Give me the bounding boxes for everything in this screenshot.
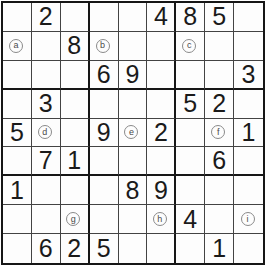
cell-r4c2[interactable]: 3 [32, 90, 61, 119]
cell-r6c7[interactable] [176, 147, 205, 176]
cell-r4c9[interactable] [234, 90, 263, 119]
cell-r5c7[interactable] [176, 119, 205, 148]
cell-r5c4[interactable]: 9 [90, 119, 119, 148]
circled-letter-c: c [182, 39, 196, 53]
cell-r9c3[interactable]: 2 [61, 234, 90, 263]
cell-r8c7[interactable]: 4 [176, 205, 205, 234]
cell-r7c5[interactable]: 8 [119, 176, 148, 205]
given-digit: 6 [39, 236, 53, 261]
cell-r5c8[interactable]: f [205, 119, 234, 148]
cell-r7c2[interactable] [32, 176, 61, 205]
given-digit: 3 [39, 91, 53, 116]
cell-r2c5[interactable] [119, 32, 148, 61]
circled-letter-f: f [211, 125, 225, 139]
given-digit: 1 [67, 148, 81, 173]
cell-r6c3[interactable]: 1 [61, 147, 90, 176]
cell-r6c2[interactable]: 7 [32, 147, 61, 176]
cell-r8c4[interactable] [90, 205, 119, 234]
circled-letter-d: d [38, 125, 52, 139]
circled-letter-h: h [153, 212, 167, 226]
given-digit: 9 [154, 178, 168, 203]
cell-r3c5[interactable]: 9 [119, 61, 148, 90]
cell-r3c6[interactable] [147, 61, 176, 90]
cell-r2c9[interactable] [234, 32, 263, 61]
given-digit: 5 [183, 91, 197, 116]
cell-r1c3[interactable] [61, 3, 90, 32]
given-digit: 6 [212, 148, 226, 173]
cell-r6c4[interactable] [90, 147, 119, 176]
cell-r6c6[interactable] [147, 147, 176, 176]
circled-letter-b: b [96, 39, 110, 53]
cell-r2c3[interactable]: 8 [61, 32, 90, 61]
cell-r2c1[interactable]: a [3, 32, 32, 61]
cell-r3c8[interactable] [205, 61, 234, 90]
cell-r4c3[interactable] [61, 90, 90, 119]
cell-r9c6[interactable] [147, 234, 176, 263]
cell-r9c1[interactable] [3, 234, 32, 263]
given-digit: 4 [183, 207, 197, 232]
given-digit: 5 [10, 120, 24, 145]
cell-r8c8[interactable] [205, 205, 234, 234]
cell-r7c4[interactable] [90, 176, 119, 205]
circled-letter-e: e [124, 125, 138, 139]
given-digit: 7 [39, 148, 53, 173]
cell-r4c4[interactable] [90, 90, 119, 119]
cell-r5c6[interactable]: 2 [147, 119, 176, 148]
given-digit: 1 [212, 236, 226, 261]
given-digit: 1 [10, 178, 24, 203]
cell-r8c1[interactable] [3, 205, 32, 234]
given-digit: 2 [154, 120, 168, 145]
cell-r1c8[interactable]: 5 [205, 3, 234, 32]
cell-r2c2[interactable] [32, 32, 61, 61]
cell-r3c2[interactable] [32, 61, 61, 90]
cell-r4c7[interactable]: 5 [176, 90, 205, 119]
cell-r9c5[interactable] [119, 234, 148, 263]
cell-r7c6[interactable]: 9 [147, 176, 176, 205]
cell-r1c5[interactable] [119, 3, 148, 32]
cell-r7c7[interactable] [176, 176, 205, 205]
cell-r5c9[interactable]: 1 [234, 119, 263, 148]
cell-r7c1[interactable]: 1 [3, 176, 32, 205]
cell-r7c3[interactable] [61, 176, 90, 205]
cell-r6c5[interactable] [119, 147, 148, 176]
cell-r4c5[interactable] [119, 90, 148, 119]
cell-r4c8[interactable]: 2 [205, 90, 234, 119]
given-digit: 9 [126, 62, 140, 87]
given-digit: 6 [97, 62, 111, 87]
given-digit: 3 [242, 62, 256, 87]
cell-r8c2[interactable] [32, 205, 61, 234]
given-digit: 4 [154, 4, 168, 29]
cell-r3c3[interactable] [61, 61, 90, 90]
cell-r6c1[interactable] [3, 147, 32, 176]
given-digit: 2 [212, 91, 226, 116]
cell-r6c9[interactable] [234, 147, 263, 176]
cell-r2c8[interactable] [205, 32, 234, 61]
cell-r8c5[interactable] [119, 205, 148, 234]
cell-r4c6[interactable] [147, 90, 176, 119]
cell-r7c8[interactable] [205, 176, 234, 205]
given-digit: 9 [97, 120, 111, 145]
circled-letter-g: g [66, 212, 80, 226]
given-digit: 5 [212, 4, 226, 29]
cell-r1c6[interactable]: 4 [147, 3, 176, 32]
cell-r5c1[interactable]: 5 [3, 119, 32, 148]
given-digit: 2 [67, 236, 81, 261]
cell-r9c9[interactable] [234, 234, 263, 263]
cell-r1c2[interactable]: 2 [32, 3, 61, 32]
cell-r1c1[interactable] [3, 3, 32, 32]
cell-r8c6[interactable]: h [147, 205, 176, 234]
cell-r9c8[interactable]: 1 [205, 234, 234, 263]
cell-r1c9[interactable] [234, 3, 263, 32]
cell-r1c7[interactable]: 8 [176, 3, 205, 32]
cell-r2c7[interactable]: c [176, 32, 205, 61]
given-digit: 1 [242, 120, 256, 145]
cell-r3c7[interactable] [176, 61, 205, 90]
given-digit: 8 [126, 178, 140, 203]
cell-r7c9[interactable] [234, 176, 263, 205]
sudoku-board: 2485a8bc6933525d9e2f1716189gh4i6251 [1, 1, 265, 265]
circled-letter-a: a [9, 39, 23, 53]
cell-r6c8[interactable]: 6 [205, 147, 234, 176]
given-digit: 8 [183, 4, 197, 29]
cell-r9c4[interactable]: 5 [90, 234, 119, 263]
cell-r3c1[interactable] [3, 61, 32, 90]
cell-r5c2[interactable]: d [32, 119, 61, 148]
cell-r4c1[interactable] [3, 90, 32, 119]
circled-letter-i: i [241, 212, 255, 226]
cell-r5c3[interactable] [61, 119, 90, 148]
cell-r9c7[interactable] [176, 234, 205, 263]
given-digit: 8 [67, 33, 81, 58]
cell-r3c9[interactable]: 3 [234, 61, 263, 90]
cell-r5c5[interactable]: e [119, 119, 148, 148]
given-digit: 5 [97, 236, 111, 261]
cell-r3c4[interactable]: 6 [90, 61, 119, 90]
cell-r2c4[interactable]: b [90, 32, 119, 61]
cell-r2c6[interactable] [147, 32, 176, 61]
cell-r8c9[interactable]: i [234, 205, 263, 234]
given-digit: 2 [39, 4, 53, 29]
cell-r9c2[interactable]: 6 [32, 234, 61, 263]
cell-r8c3[interactable]: g [61, 205, 90, 234]
cell-r1c4[interactable] [90, 3, 119, 32]
